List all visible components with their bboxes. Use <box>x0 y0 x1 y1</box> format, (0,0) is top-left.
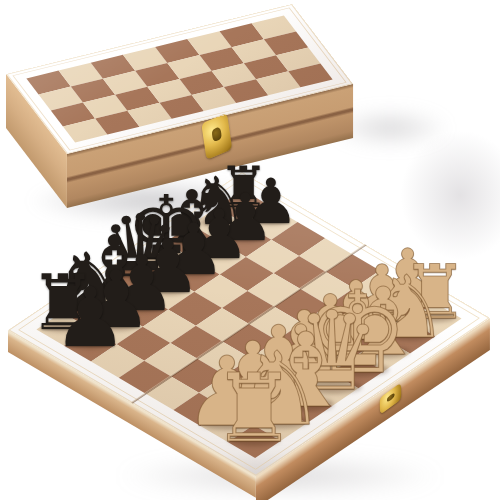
white-rook[interactable]: ♜ <box>212 362 296 456</box>
black-pawn[interactable]: ♟ <box>53 275 127 357</box>
product-photo-scene: ♜♟♞♟♝♟♚♟♛♟♝♟♟♞♜♟♟♜♞♟♟♝♟♚♟♛♟♝♟♞♟♜ <box>0 0 500 500</box>
